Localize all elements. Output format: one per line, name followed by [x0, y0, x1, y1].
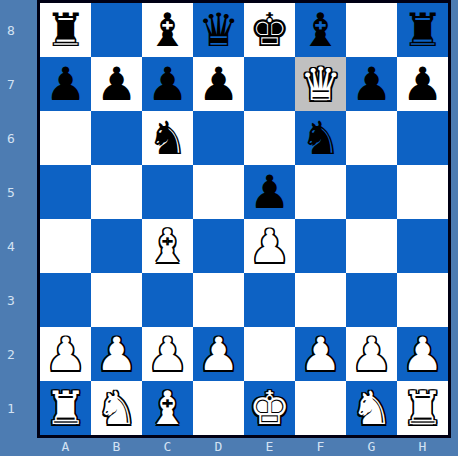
- square-c2[interactable]: ♟: [142, 327, 193, 381]
- piece-white-pawn[interactable]: ♟: [91, 327, 142, 381]
- square-e3[interactable]: [244, 273, 295, 327]
- square-f2[interactable]: ♟: [295, 327, 346, 381]
- square-f1[interactable]: [295, 381, 346, 435]
- square-c1[interactable]: ♝: [142, 381, 193, 435]
- square-h3[interactable]: [397, 273, 448, 327]
- square-e8[interactable]: ♚: [244, 3, 295, 57]
- rank-label-1: 1: [0, 381, 22, 435]
- square-a7[interactable]: ♟: [40, 57, 91, 111]
- square-c7[interactable]: ♟: [142, 57, 193, 111]
- square-d3[interactable]: [193, 273, 244, 327]
- piece-black-pawn[interactable]: ♟: [91, 57, 142, 111]
- square-c6[interactable]: ♞: [142, 111, 193, 165]
- square-f3[interactable]: [295, 273, 346, 327]
- piece-white-knight[interactable]: ♞: [91, 381, 142, 435]
- square-a1[interactable]: ♜: [40, 381, 91, 435]
- piece-black-rook[interactable]: ♜: [40, 3, 91, 57]
- piece-white-king[interactable]: ♚: [244, 381, 295, 435]
- square-b8[interactable]: [91, 3, 142, 57]
- square-g1[interactable]: ♞: [346, 381, 397, 435]
- square-b7[interactable]: ♟: [91, 57, 142, 111]
- square-f5[interactable]: [295, 165, 346, 219]
- square-a6[interactable]: [40, 111, 91, 165]
- square-c5[interactable]: [142, 165, 193, 219]
- piece-black-bishop[interactable]: ♝: [142, 3, 193, 57]
- square-a4[interactable]: [40, 219, 91, 273]
- square-a8[interactable]: ♜: [40, 3, 91, 57]
- square-e1[interactable]: ♚: [244, 381, 295, 435]
- square-b2[interactable]: ♟: [91, 327, 142, 381]
- square-g7[interactable]: ♟: [346, 57, 397, 111]
- file-label-d: D: [193, 437, 244, 456]
- piece-white-pawn[interactable]: ♟: [244, 219, 295, 273]
- square-d4[interactable]: [193, 219, 244, 273]
- piece-white-queen[interactable]: ♛: [295, 57, 346, 111]
- piece-black-knight[interactable]: ♞: [142, 111, 193, 165]
- square-f4[interactable]: [295, 219, 346, 273]
- square-b1[interactable]: ♞: [91, 381, 142, 435]
- square-e4[interactable]: ♟: [244, 219, 295, 273]
- file-labels: ABCDEFGH: [40, 437, 448, 456]
- square-h1[interactable]: ♜: [397, 381, 448, 435]
- square-h6[interactable]: [397, 111, 448, 165]
- piece-black-rook[interactable]: ♜: [397, 3, 448, 57]
- piece-white-pawn[interactable]: ♟: [397, 327, 448, 381]
- square-a5[interactable]: [40, 165, 91, 219]
- file-label-g: G: [346, 437, 397, 456]
- chess-window: 87654321 ♜♝♛♚♝♜♟♟♟♟♛♟♟♞♞♟♝♟♟♟♟♟♟♟♟♜♞♝♚♞♜…: [0, 0, 458, 456]
- file-label-f: F: [295, 437, 346, 456]
- rank-label-8: 8: [0, 3, 22, 57]
- rank-label-3: 3: [0, 273, 22, 327]
- piece-black-queen[interactable]: ♛: [193, 3, 244, 57]
- rank-label-4: 4: [0, 219, 22, 273]
- square-d5[interactable]: [193, 165, 244, 219]
- square-g6[interactable]: [346, 111, 397, 165]
- file-label-a: A: [40, 437, 91, 456]
- square-e5[interactable]: ♟: [244, 165, 295, 219]
- rank-label-7: 7: [0, 57, 22, 111]
- square-d7[interactable]: ♟: [193, 57, 244, 111]
- square-e7[interactable]: [244, 57, 295, 111]
- square-h4[interactable]: [397, 219, 448, 273]
- square-e2[interactable]: [244, 327, 295, 381]
- square-a2[interactable]: ♟: [40, 327, 91, 381]
- piece-black-knight[interactable]: ♞: [295, 111, 346, 165]
- square-g8[interactable]: [346, 3, 397, 57]
- rank-labels: 87654321: [0, 3, 22, 435]
- piece-black-king[interactable]: ♚: [244, 3, 295, 57]
- piece-black-pawn[interactable]: ♟: [142, 57, 193, 111]
- square-b5[interactable]: [91, 165, 142, 219]
- piece-white-pawn[interactable]: ♟: [142, 327, 193, 381]
- square-g5[interactable]: [346, 165, 397, 219]
- piece-black-pawn[interactable]: ♟: [193, 57, 244, 111]
- file-label-c: C: [142, 437, 193, 456]
- square-f7[interactable]: ♛: [295, 57, 346, 111]
- square-h2[interactable]: ♟: [397, 327, 448, 381]
- piece-black-pawn[interactable]: ♟: [40, 57, 91, 111]
- piece-white-pawn[interactable]: ♟: [295, 327, 346, 381]
- square-h7[interactable]: ♟: [397, 57, 448, 111]
- chess-board: ♜♝♛♚♝♜♟♟♟♟♛♟♟♞♞♟♝♟♟♟♟♟♟♟♟♜♞♝♚♞♜: [37, 0, 451, 438]
- file-label-b: B: [91, 437, 142, 456]
- file-label-h: H: [397, 437, 448, 456]
- piece-black-pawn[interactable]: ♟: [244, 165, 295, 219]
- square-g2[interactable]: ♟: [346, 327, 397, 381]
- rank-label-6: 6: [0, 111, 22, 165]
- rank-label-2: 2: [0, 327, 22, 381]
- file-label-e: E: [244, 437, 295, 456]
- piece-white-rook[interactable]: ♜: [40, 381, 91, 435]
- piece-white-pawn[interactable]: ♟: [193, 327, 244, 381]
- square-d6[interactable]: [193, 111, 244, 165]
- square-d8[interactable]: ♛: [193, 3, 244, 57]
- square-f8[interactable]: ♝: [295, 3, 346, 57]
- square-d1[interactable]: [193, 381, 244, 435]
- square-b6[interactable]: [91, 111, 142, 165]
- piece-white-rook[interactable]: ♜: [397, 381, 448, 435]
- square-b4[interactable]: [91, 219, 142, 273]
- square-g4[interactable]: [346, 219, 397, 273]
- rank-label-5: 5: [0, 165, 22, 219]
- piece-black-pawn[interactable]: ♟: [346, 57, 397, 111]
- piece-black-bishop[interactable]: ♝: [295, 3, 346, 57]
- square-e6[interactable]: [244, 111, 295, 165]
- square-a3[interactable]: [40, 273, 91, 327]
- square-f6[interactable]: ♞: [295, 111, 346, 165]
- square-c3[interactable]: [142, 273, 193, 327]
- square-g3[interactable]: [346, 273, 397, 327]
- piece-white-pawn[interactable]: ♟: [40, 327, 91, 381]
- square-d2[interactable]: ♟: [193, 327, 244, 381]
- square-b3[interactable]: [91, 273, 142, 327]
- piece-black-pawn[interactable]: ♟: [397, 57, 448, 111]
- square-h5[interactable]: [397, 165, 448, 219]
- square-c4[interactable]: ♝: [142, 219, 193, 273]
- piece-white-bishop[interactable]: ♝: [142, 381, 193, 435]
- square-h8[interactable]: ♜: [397, 3, 448, 57]
- piece-white-bishop[interactable]: ♝: [142, 219, 193, 273]
- piece-white-knight[interactable]: ♞: [346, 381, 397, 435]
- square-c8[interactable]: ♝: [142, 3, 193, 57]
- piece-white-pawn[interactable]: ♟: [346, 327, 397, 381]
